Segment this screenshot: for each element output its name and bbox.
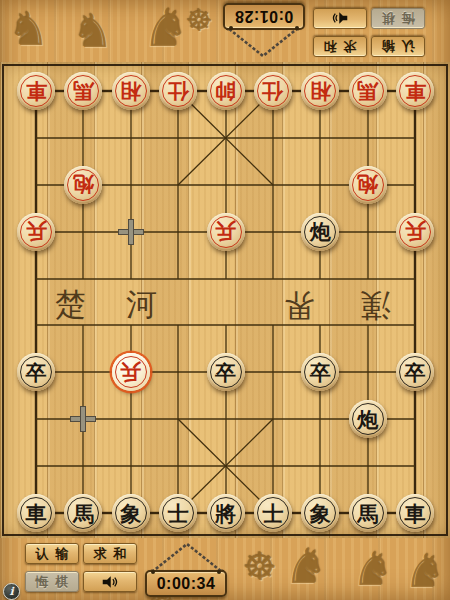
piece-red-兵[interactable]: 兵 xyxy=(112,353,150,391)
piece-glyph: 仕 xyxy=(262,81,283,102)
board-grid xyxy=(0,62,450,538)
piece-black-將[interactable]: 將 xyxy=(207,494,245,532)
piece-red-仕[interactable]: 仕 xyxy=(254,72,292,110)
piece-glyph: 仕 xyxy=(168,81,189,102)
xiangqi-board[interactable]: 楚河 漢界 車馬相仕帥仕相馬車炮炮兵兵兵炮兵卒卒卒卒炮車馬象士將士象馬車 xyxy=(0,62,450,538)
piece-black-象[interactable]: 象 xyxy=(112,494,150,532)
piece-red-兵[interactable]: 兵 xyxy=(396,213,434,251)
piece-glyph: 象 xyxy=(310,503,331,524)
opponent-draw-button[interactable]: 求和 xyxy=(313,36,367,57)
opponent-resign-label: 认输 xyxy=(375,38,422,56)
speaker-icon xyxy=(331,11,349,27)
player-timer-plaque: 0:00:34 xyxy=(145,570,227,597)
piece-red-兵[interactable]: 兵 xyxy=(207,213,245,251)
piece-glyph: 兵 xyxy=(26,221,47,242)
piece-glyph: 兵 xyxy=(120,362,141,383)
piece-glyph: 兵 xyxy=(405,221,426,242)
piece-red-兵[interactable]: 兵 xyxy=(17,213,55,251)
speaker-icon xyxy=(101,574,119,590)
piece-glyph: 炮 xyxy=(73,174,94,195)
piece-glyph: 馬 xyxy=(357,81,378,102)
piece-black-炮[interactable]: 炮 xyxy=(301,213,339,251)
piece-red-相[interactable]: 相 xyxy=(112,72,150,110)
piece-glyph: 車 xyxy=(26,503,47,524)
undo-label: 悔棋 xyxy=(29,573,76,591)
piece-glyph: 將 xyxy=(215,503,236,524)
piece-glyph: 相 xyxy=(310,81,331,102)
piece-red-帥[interactable]: 帥 xyxy=(207,72,245,110)
info-label: i xyxy=(9,585,13,598)
piece-glyph: 象 xyxy=(120,503,141,524)
sound-button[interactable] xyxy=(83,571,137,592)
piece-glyph: 車 xyxy=(26,81,47,102)
piece-red-車[interactable]: 車 xyxy=(396,72,434,110)
piece-red-炮[interactable]: 炮 xyxy=(64,166,102,204)
opponent-sound-button[interactable] xyxy=(313,8,367,29)
opponent-undo-button[interactable]: 悔棋 xyxy=(371,8,425,29)
piece-glyph: 帥 xyxy=(215,81,236,102)
piece-black-卒[interactable]: 卒 xyxy=(207,353,245,391)
resign-button[interactable]: 认输 xyxy=(25,543,79,564)
piece-glyph: 馬 xyxy=(73,503,94,524)
undo-button[interactable]: 悔棋 xyxy=(25,571,79,592)
piece-glyph: 車 xyxy=(405,503,426,524)
piece-glyph: 士 xyxy=(168,503,189,524)
info-icon[interactable]: i xyxy=(3,583,20,600)
piece-red-馬[interactable]: 馬 xyxy=(349,72,387,110)
opponent-undo-label: 悔棋 xyxy=(375,10,422,28)
draw-button[interactable]: 求和 xyxy=(83,543,137,564)
piece-red-炮[interactable]: 炮 xyxy=(349,166,387,204)
piece-glyph: 馬 xyxy=(73,81,94,102)
piece-glyph: 炮 xyxy=(357,409,378,430)
piece-glyph: 兵 xyxy=(215,221,236,242)
opponent-bar: 认输 求和 悔棋 0:01:28 xyxy=(0,0,450,62)
piece-red-仕[interactable]: 仕 xyxy=(159,72,197,110)
piece-black-士[interactable]: 士 xyxy=(254,494,292,532)
player-bar: 认输 求和 悔棋 0:00:34 i xyxy=(0,538,450,600)
piece-glyph: 士 xyxy=(262,503,283,524)
draw-label: 求和 xyxy=(87,545,134,563)
piece-black-車[interactable]: 車 xyxy=(396,494,434,532)
piece-glyph: 車 xyxy=(405,81,426,102)
player-timer: 0:00:34 xyxy=(157,575,216,593)
piece-red-相[interactable]: 相 xyxy=(301,72,339,110)
piece-glyph: 卒 xyxy=(310,362,331,383)
opponent-resign-button[interactable]: 认输 xyxy=(371,36,425,57)
opponent-timer-plaque: 0:01:28 xyxy=(223,3,305,30)
opponent-timer: 0:01:28 xyxy=(235,8,294,26)
resign-label: 认输 xyxy=(29,545,76,563)
opponent-draw-label: 求和 xyxy=(317,38,364,56)
piece-glyph: 馬 xyxy=(357,503,378,524)
piece-black-車[interactable]: 車 xyxy=(17,494,55,532)
piece-glyph: 炮 xyxy=(310,221,331,242)
piece-black-馬[interactable]: 馬 xyxy=(349,494,387,532)
piece-black-士[interactable]: 士 xyxy=(159,494,197,532)
piece-black-炮[interactable]: 炮 xyxy=(349,400,387,438)
piece-red-車[interactable]: 車 xyxy=(17,72,55,110)
piece-glyph: 相 xyxy=(120,81,141,102)
piece-glyph: 卒 xyxy=(26,362,47,383)
piece-glyph: 卒 xyxy=(215,362,236,383)
piece-glyph: 卒 xyxy=(405,362,426,383)
piece-glyph: 炮 xyxy=(357,174,378,195)
xiangqi-app: ♞ ♞ ♞ ☸ ☸ ♞ ♞ ♞ ☸ 认输 求和 悔棋 0:01:28 xyxy=(0,0,450,600)
